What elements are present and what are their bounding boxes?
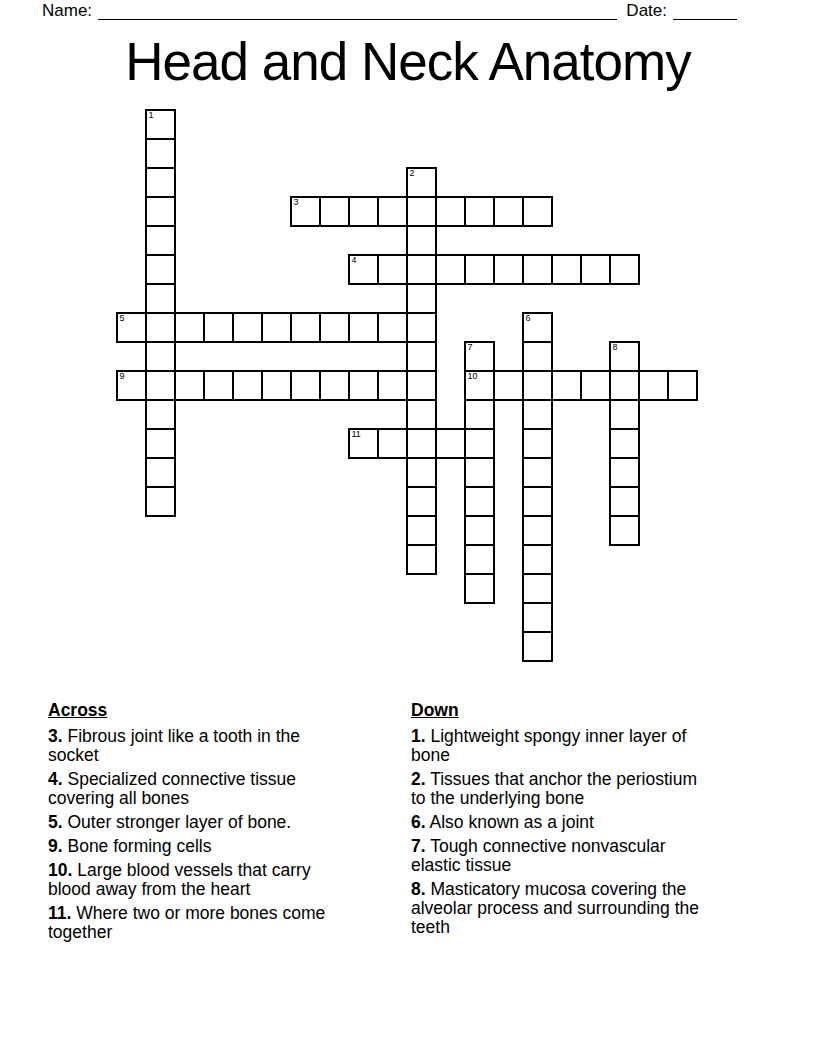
clue-number: 8. [411, 879, 426, 899]
grid-cell-r11c12[interactable] [465, 429, 494, 458]
down-clue-list: 1. Lightweight spongy inner layer of bon… [411, 727, 773, 937]
grid-cell-r13c17[interactable] [610, 487, 639, 516]
clue-number: 2. [411, 769, 426, 789]
grid-cell-r9c5[interactable] [262, 371, 291, 400]
grid-cell-r5c10[interactable] [407, 255, 436, 284]
name-blank-line[interactable] [98, 1, 617, 20]
grid-cell-r9c2[interactable] [175, 371, 204, 400]
cell-number-11: 11 [352, 430, 361, 439]
grid-cell-r5c9[interactable] [378, 255, 407, 284]
grid-cell-r15c10[interactable] [407, 545, 436, 574]
grid-cell-r11c8[interactable]: 11 [349, 429, 378, 458]
clue-number: 10. [48, 860, 72, 880]
grid-cell-r9c1[interactable] [146, 371, 175, 400]
clue-text: Large blood vessels that carry blood awa… [48, 860, 311, 899]
clue-item-2: 2. Tissues that anchor the periostium to… [411, 770, 773, 808]
clue-text: Where two or more bones come together [48, 903, 325, 942]
across-clue-list: 3. Fibrous joint like a tooth in the soc… [48, 727, 404, 942]
grid-cell-r17c14[interactable] [523, 603, 552, 632]
cell-number-1: 1 [149, 111, 154, 120]
grid-cell-r9c17[interactable] [610, 371, 639, 400]
grid-cell-r9c8[interactable] [349, 371, 378, 400]
cell-number-5: 5 [120, 314, 125, 323]
clue-item-3: 3. Fibrous joint like a tooth in the soc… [48, 727, 404, 765]
grid-cell-r6c1[interactable] [146, 284, 175, 313]
grid-cell-r9c4[interactable] [233, 371, 262, 400]
grid-cell-r11c17[interactable] [610, 429, 639, 458]
grid-cell-r13c10[interactable] [407, 487, 436, 516]
clue-number: 9. [48, 836, 63, 856]
grid-cell-r18c14[interactable] [523, 632, 552, 661]
across-clues-column: Across 3. Fibrous joint like a tooth in … [48, 701, 404, 947]
grid-cell-r3c6[interactable]: 3 [291, 197, 320, 226]
clue-number: 3. [48, 726, 63, 746]
cell-number-2: 2 [410, 169, 415, 178]
grid-cell-r14c14[interactable] [523, 516, 552, 545]
date-blank-line[interactable] [673, 1, 737, 20]
cell-number-10: 10 [468, 372, 478, 381]
grid-cell-r7c10[interactable] [407, 313, 436, 342]
grid-cell-r8c14[interactable] [523, 342, 552, 371]
grid-cell-r3c11[interactable] [436, 197, 465, 226]
grid-cell-r7c3[interactable] [204, 313, 233, 342]
grid-cell-r3c13[interactable] [494, 197, 523, 226]
grid-cell-r2c1[interactable] [146, 168, 175, 197]
clue-item-1: 1. Lightweight spongy inner layer of bon… [411, 727, 773, 765]
cell-number-6: 6 [526, 314, 531, 323]
grid-cell-r13c14[interactable] [523, 487, 552, 516]
grid-cell-r12c10[interactable] [407, 458, 436, 487]
grid-cell-r3c8[interactable] [349, 197, 378, 226]
grid-cell-r10c14[interactable] [523, 400, 552, 429]
grid-cell-r10c1[interactable] [146, 400, 175, 429]
grid-cell-r8c1[interactable] [146, 342, 175, 371]
grid-cell-r3c12[interactable] [465, 197, 494, 226]
clue-item-7: 7. Tough connective nonvascular elastic … [411, 837, 773, 875]
grid-cell-r5c16[interactable] [581, 255, 610, 284]
grid-cell-r14c10[interactable] [407, 516, 436, 545]
cell-number-4: 4 [352, 256, 357, 265]
grid-cell-r15c12[interactable] [465, 545, 494, 574]
grid-cell-r12c14[interactable] [523, 458, 552, 487]
grid-cell-r13c1[interactable] [146, 487, 175, 516]
clue-text: Also known as a joint [426, 812, 594, 832]
grid-cell-r9c6[interactable] [291, 371, 320, 400]
grid-cell-r5c13[interactable] [494, 255, 523, 284]
grid-cell-r10c17[interactable] [610, 400, 639, 429]
clue-number: 7. [411, 836, 426, 856]
clue-text: Lightweight spongy inner layer of bone [411, 726, 686, 765]
grid-cell-r9c13[interactable] [494, 371, 523, 400]
grid-cell-r12c1[interactable] [146, 458, 175, 487]
down-title: Down [411, 701, 773, 720]
grid-cell-r9c7[interactable] [320, 371, 349, 400]
cell-number-3: 3 [294, 198, 299, 207]
clue-text: Fibrous joint like a tooth in the socket [48, 726, 300, 765]
grid-cell-r9c18[interactable] [639, 371, 668, 400]
grid-cell-r4c1[interactable] [146, 226, 175, 255]
cell-number-8: 8 [613, 343, 618, 352]
grid-cell-r10c10[interactable] [407, 400, 436, 429]
grid-cell-r6c10[interactable] [407, 284, 436, 313]
clue-text: Outer stronger layer of bone. [63, 812, 292, 832]
grid-cell-r7c1[interactable] [146, 313, 175, 342]
grid-cell-r16c12[interactable] [465, 574, 494, 603]
clue-number: 1. [411, 726, 426, 746]
grid-cell-r9c12[interactable]: 10 [465, 371, 494, 400]
grid-cell-r3c10[interactable] [407, 197, 436, 226]
grid-cell-r9c0[interactable]: 9 [117, 371, 146, 400]
grid-cell-r9c9[interactable] [378, 371, 407, 400]
grid-cell-r15c14[interactable] [523, 545, 552, 574]
down-clues-column: Down 1. Lightweight spongy inner layer o… [411, 701, 773, 942]
cell-number-9: 9 [120, 372, 125, 381]
grid-cell-r4c10[interactable] [407, 226, 436, 255]
clue-item-4: 4. Specialized connective tissue coverin… [48, 770, 404, 808]
grid-cell-r7c9[interactable] [378, 313, 407, 342]
date-label: Date: [626, 1, 667, 20]
clue-item-6: 6. Also known as a joint [411, 813, 773, 832]
grid-cell-r3c9[interactable] [378, 197, 407, 226]
grid-cell-r14c12[interactable] [465, 516, 494, 545]
grid-cell-r5c11[interactable] [436, 255, 465, 284]
grid-cell-r16c14[interactable] [523, 574, 552, 603]
grid-cell-r3c14[interactable] [523, 197, 552, 226]
grid-cell-r2c10[interactable]: 2 [407, 168, 436, 197]
grid-cell-r10c12[interactable] [465, 400, 494, 429]
clue-number: 11. [48, 903, 71, 923]
clue-item-11: 11. Where two or more bones come togethe… [48, 904, 404, 942]
grid-cell-r5c1[interactable] [146, 255, 175, 284]
clue-text: Specialized connective tissue covering a… [48, 769, 296, 808]
clue-item-8: 8. Masticatory mucosa covering the alveo… [411, 880, 773, 937]
grid-cell-r11c1[interactable] [146, 429, 175, 458]
grid-cell-r1c1[interactable] [146, 139, 175, 168]
grid-cell-r8c12[interactable]: 7 [465, 342, 494, 371]
grid-cell-r12c17[interactable] [610, 458, 639, 487]
grid-cell-r9c15[interactable] [552, 371, 581, 400]
clue-text: Masticatory mucosa covering the alveolar… [411, 879, 699, 937]
worksheet-header: Name: Date: [42, 1, 737, 20]
clue-text: Bone forming cells [63, 836, 212, 856]
clue-item-5: 5. Outer stronger layer of bone. [48, 813, 404, 832]
grid-cell-r7c8[interactable] [349, 313, 378, 342]
grid-cell-r13c12[interactable] [465, 487, 494, 516]
grid-cell-r12c12[interactable] [465, 458, 494, 487]
grid-cell-r11c9[interactable] [378, 429, 407, 458]
clue-text: Tissues that anchor the periostium to th… [411, 769, 697, 808]
grid-cell-r9c19[interactable] [668, 371, 697, 400]
page-title: Head and Neck Anatomy [0, 30, 816, 94]
across-title: Across [48, 701, 404, 720]
grid-cell-r5c8[interactable]: 4 [349, 255, 378, 284]
grid-cell-r14c17[interactable] [610, 516, 639, 545]
crossword-worksheet-page: Name: Date: Head and Neck Anatomy 123456… [0, 0, 816, 1056]
grid-cell-r5c12[interactable] [465, 255, 494, 284]
grid-cell-r0c1[interactable]: 1 [146, 110, 175, 139]
grid-cell-r9c14[interactable] [523, 371, 552, 400]
grid-cell-r11c10[interactable] [407, 429, 436, 458]
grid-cell-r7c7[interactable] [320, 313, 349, 342]
grid-cell-r7c6[interactable] [291, 313, 320, 342]
grid-cell-r8c10[interactable] [407, 342, 436, 371]
grid-cell-r5c14[interactable] [523, 255, 552, 284]
grid-cell-r11c14[interactable] [523, 429, 552, 458]
clue-number: 4. [48, 769, 63, 789]
grid-cell-r3c7[interactable] [320, 197, 349, 226]
grid-cell-r9c16[interactable] [581, 371, 610, 400]
grid-cell-r7c4[interactable] [233, 313, 262, 342]
grid-cell-r5c17[interactable] [610, 255, 639, 284]
grid-cell-r7c0[interactable]: 5 [117, 313, 146, 342]
grid-cell-r7c2[interactable] [175, 313, 204, 342]
grid-cell-r11c11[interactable] [436, 429, 465, 458]
grid-cell-r9c10[interactable] [407, 371, 436, 400]
grid-cell-r3c1[interactable] [146, 197, 175, 226]
grid-cell-r9c3[interactable] [204, 371, 233, 400]
clue-item-10: 10. Large blood vessels that carry blood… [48, 861, 404, 899]
grid-cell-r5c15[interactable] [552, 255, 581, 284]
clue-number: 6. [411, 812, 426, 832]
clue-item-9: 9. Bone forming cells [48, 837, 404, 856]
clue-text: Tough connective nonvascular elastic tis… [411, 836, 666, 875]
clue-number: 5. [48, 812, 63, 832]
crossword-grid: 1234567891011 [117, 110, 697, 661]
grid-cell-r7c5[interactable] [262, 313, 291, 342]
cell-number-7: 7 [468, 343, 473, 352]
grid-cell-r7c14[interactable]: 6 [523, 313, 552, 342]
name-label: Name: [42, 1, 92, 20]
grid-cell-r8c17[interactable]: 8 [610, 342, 639, 371]
